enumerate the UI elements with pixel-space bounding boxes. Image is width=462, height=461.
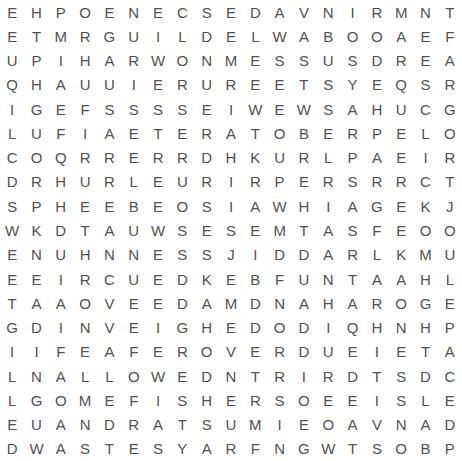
grid-cell[interactable]: R bbox=[340, 243, 364, 267]
grid-cell[interactable]: U bbox=[73, 73, 97, 97]
grid-cell[interactable]: A bbox=[49, 364, 73, 388]
grid-cell[interactable]: V bbox=[97, 315, 121, 339]
grid-cell[interactable]: S bbox=[195, 194, 219, 218]
grid-cell[interactable]: Q bbox=[49, 146, 73, 170]
grid-cell[interactable]: E bbox=[146, 243, 170, 267]
grid-cell[interactable]: T bbox=[73, 218, 97, 242]
grid-cell[interactable]: I bbox=[0, 340, 24, 364]
grid-cell[interactable]: R bbox=[170, 340, 194, 364]
grid-cell[interactable]: E bbox=[389, 146, 413, 170]
grid-cell[interactable]: S bbox=[195, 412, 219, 436]
grid-cell[interactable]: H bbox=[24, 0, 48, 24]
grid-cell[interactable]: N bbox=[97, 243, 121, 267]
grid-cell[interactable]: R bbox=[122, 49, 146, 73]
grid-cell[interactable]: B bbox=[413, 437, 437, 461]
grid-cell[interactable]: R bbox=[365, 0, 389, 24]
grid-cell[interactable]: R bbox=[365, 170, 389, 194]
grid-cell[interactable]: A bbox=[389, 267, 413, 291]
grid-cell[interactable]: M bbox=[243, 412, 267, 436]
grid-cell[interactable]: E bbox=[438, 388, 462, 412]
grid-cell[interactable]: T bbox=[292, 73, 316, 97]
grid-cell[interactable]: C bbox=[413, 170, 437, 194]
grid-cell[interactable]: D bbox=[0, 437, 24, 461]
grid-cell[interactable]: S bbox=[267, 49, 291, 73]
grid-cell[interactable]: E bbox=[219, 315, 243, 339]
grid-cell[interactable]: K bbox=[389, 243, 413, 267]
grid-cell[interactable]: S bbox=[340, 218, 364, 242]
grid-cell[interactable]: T bbox=[24, 24, 48, 48]
grid-cell[interactable]: R bbox=[389, 170, 413, 194]
grid-cell[interactable]: P bbox=[365, 121, 389, 145]
grid-cell[interactable]: D bbox=[97, 412, 121, 436]
grid-cell[interactable]: S bbox=[340, 170, 364, 194]
grid-cell[interactable]: I bbox=[49, 315, 73, 339]
grid-cell[interactable]: E bbox=[340, 388, 364, 412]
grid-cell[interactable]: A bbox=[24, 291, 48, 315]
grid-cell[interactable]: E bbox=[146, 291, 170, 315]
grid-cell[interactable]: N bbox=[195, 49, 219, 73]
grid-cell[interactable]: V bbox=[219, 340, 243, 364]
grid-cell[interactable]: D bbox=[243, 315, 267, 339]
grid-cell[interactable]: N bbox=[24, 364, 48, 388]
grid-cell[interactable]: I bbox=[49, 267, 73, 291]
grid-cell[interactable]: O bbox=[24, 146, 48, 170]
grid-cell[interactable]: L bbox=[413, 388, 437, 412]
grid-cell[interactable]: F bbox=[243, 437, 267, 461]
grid-cell[interactable]: E bbox=[267, 73, 291, 97]
grid-cell[interactable]: R bbox=[365, 291, 389, 315]
grid-cell[interactable]: W bbox=[24, 437, 48, 461]
grid-cell[interactable]: T bbox=[243, 121, 267, 145]
grid-cell[interactable]: R bbox=[122, 412, 146, 436]
grid-cell[interactable]: O bbox=[340, 24, 364, 48]
grid-cell[interactable]: U bbox=[49, 243, 73, 267]
grid-cell[interactable]: M bbox=[413, 243, 437, 267]
grid-cell[interactable]: V bbox=[292, 0, 316, 24]
grid-cell[interactable]: H bbox=[365, 315, 389, 339]
grid-cell[interactable]: U bbox=[97, 73, 121, 97]
grid-cell[interactable]: E bbox=[243, 340, 267, 364]
grid-cell[interactable]: L bbox=[0, 364, 24, 388]
grid-cell[interactable]: B bbox=[316, 24, 340, 48]
grid-cell[interactable]: O bbox=[438, 218, 462, 242]
grid-cell[interactable]: K bbox=[413, 194, 437, 218]
grid-cell[interactable]: E bbox=[292, 412, 316, 436]
grid-cell[interactable]: U bbox=[0, 49, 24, 73]
grid-cell[interactable]: R bbox=[438, 73, 462, 97]
grid-cell[interactable]: R bbox=[389, 49, 413, 73]
grid-cell[interactable]: A bbox=[49, 73, 73, 97]
grid-cell[interactable]: C bbox=[438, 364, 462, 388]
grid-cell[interactable]: Y bbox=[340, 73, 364, 97]
grid-cell[interactable]: L bbox=[438, 267, 462, 291]
grid-cell[interactable]: N bbox=[316, 0, 340, 24]
grid-cell[interactable]: T bbox=[0, 291, 24, 315]
grid-cell[interactable]: E bbox=[195, 218, 219, 242]
grid-cell[interactable]: I bbox=[243, 243, 267, 267]
grid-cell[interactable]: R bbox=[170, 73, 194, 97]
grid-cell[interactable]: D bbox=[292, 340, 316, 364]
grid-cell[interactable]: A bbox=[438, 340, 462, 364]
grid-cell[interactable]: O bbox=[49, 388, 73, 412]
grid-cell[interactable]: O bbox=[413, 218, 437, 242]
grid-cell[interactable]: D bbox=[195, 364, 219, 388]
grid-cell[interactable]: E bbox=[292, 170, 316, 194]
grid-cell[interactable]: D bbox=[170, 267, 194, 291]
grid-cell[interactable]: Y bbox=[170, 437, 194, 461]
grid-cell[interactable]: H bbox=[292, 194, 316, 218]
grid-cell[interactable]: A bbox=[195, 437, 219, 461]
grid-cell[interactable]: J bbox=[438, 194, 462, 218]
grid-cell[interactable]: O bbox=[389, 291, 413, 315]
grid-cell[interactable]: U bbox=[316, 49, 340, 73]
grid-cell[interactable]: N bbox=[267, 291, 291, 315]
grid-cell[interactable]: T bbox=[340, 267, 364, 291]
grid-cell[interactable]: E bbox=[219, 267, 243, 291]
grid-cell[interactable]: E bbox=[243, 218, 267, 242]
grid-cell[interactable]: E bbox=[389, 218, 413, 242]
grid-cell[interactable]: F bbox=[122, 388, 146, 412]
grid-cell[interactable]: E bbox=[0, 412, 24, 436]
grid-cell[interactable]: U bbox=[267, 146, 291, 170]
grid-cell[interactable]: W bbox=[267, 24, 291, 48]
grid-cell[interactable]: E bbox=[389, 121, 413, 145]
grid-cell[interactable]: A bbox=[292, 291, 316, 315]
grid-cell[interactable]: D bbox=[195, 146, 219, 170]
grid-cell[interactable]: S bbox=[122, 97, 146, 121]
grid-cell[interactable]: E bbox=[146, 267, 170, 291]
grid-cell[interactable]: P bbox=[438, 315, 462, 339]
grid-cell[interactable]: I bbox=[267, 412, 291, 436]
grid-cell[interactable]: D bbox=[195, 24, 219, 48]
grid-cell[interactable]: R bbox=[97, 146, 121, 170]
grid-cell[interactable]: T bbox=[146, 121, 170, 145]
grid-cell[interactable]: R bbox=[97, 170, 121, 194]
grid-cell[interactable]: E bbox=[97, 388, 121, 412]
grid-cell[interactable]: N bbox=[24, 243, 48, 267]
grid-cell[interactable]: H bbox=[24, 73, 48, 97]
grid-cell[interactable]: R bbox=[267, 340, 291, 364]
grid-cell[interactable]: A bbox=[389, 24, 413, 48]
grid-cell[interactable]: L bbox=[97, 364, 121, 388]
grid-cell[interactable]: U bbox=[122, 267, 146, 291]
grid-cell[interactable]: T bbox=[365, 364, 389, 388]
grid-cell[interactable]: O bbox=[438, 121, 462, 145]
grid-cell[interactable]: L bbox=[413, 121, 437, 145]
grid-cell[interactable]: I bbox=[219, 170, 243, 194]
grid-cell[interactable]: I bbox=[219, 194, 243, 218]
grid-cell[interactable]: H bbox=[73, 49, 97, 73]
grid-cell[interactable]: S bbox=[170, 388, 194, 412]
grid-cell[interactable]: R bbox=[24, 170, 48, 194]
grid-cell[interactable]: C bbox=[170, 0, 194, 24]
grid-cell[interactable]: P bbox=[438, 437, 462, 461]
grid-cell[interactable]: S bbox=[389, 388, 413, 412]
grid-cell[interactable]: I bbox=[24, 340, 48, 364]
grid-cell[interactable]: E bbox=[316, 121, 340, 145]
grid-cell[interactable]: P bbox=[24, 49, 48, 73]
grid-cell[interactable]: I bbox=[316, 194, 340, 218]
grid-cell[interactable]: T bbox=[438, 0, 462, 24]
grid-cell[interactable]: A bbox=[316, 218, 340, 242]
grid-cell[interactable]: W bbox=[146, 364, 170, 388]
grid-cell[interactable]: D bbox=[340, 364, 364, 388]
grid-cell[interactable]: D bbox=[438, 412, 462, 436]
grid-cell[interactable]: D bbox=[267, 243, 291, 267]
grid-cell[interactable]: D bbox=[170, 291, 194, 315]
grid-cell[interactable]: I bbox=[219, 97, 243, 121]
grid-cell[interactable]: A bbox=[219, 121, 243, 145]
grid-cell[interactable]: S bbox=[195, 243, 219, 267]
grid-cell[interactable]: P bbox=[267, 170, 291, 194]
grid-cell[interactable]: A bbox=[97, 218, 121, 242]
grid-cell[interactable]: A bbox=[97, 340, 121, 364]
grid-cell[interactable]: R bbox=[146, 146, 170, 170]
grid-cell[interactable]: W bbox=[316, 437, 340, 461]
grid-cell[interactable]: Q bbox=[389, 73, 413, 97]
grid-cell[interactable]: H bbox=[73, 243, 97, 267]
grid-cell[interactable]: I bbox=[316, 315, 340, 339]
grid-cell[interactable]: R bbox=[292, 146, 316, 170]
grid-cell[interactable]: O bbox=[195, 340, 219, 364]
grid-cell[interactable]: U bbox=[122, 218, 146, 242]
grid-cell[interactable]: H bbox=[316, 291, 340, 315]
grid-cell[interactable]: R bbox=[170, 146, 194, 170]
grid-cell[interactable]: A bbox=[146, 412, 170, 436]
grid-cell[interactable]: I bbox=[0, 97, 24, 121]
grid-cell[interactable]: E bbox=[49, 97, 73, 121]
grid-cell[interactable]: A bbox=[243, 194, 267, 218]
grid-cell[interactable]: Q bbox=[0, 73, 24, 97]
grid-cell[interactable]: A bbox=[340, 412, 364, 436]
grid-cell[interactable]: B bbox=[292, 121, 316, 145]
grid-cell[interactable]: W bbox=[292, 97, 316, 121]
grid-cell[interactable]: F bbox=[438, 24, 462, 48]
grid-cell[interactable]: S bbox=[365, 437, 389, 461]
grid-cell[interactable]: E bbox=[413, 49, 437, 73]
grid-cell[interactable]: K bbox=[24, 218, 48, 242]
grid-cell[interactable]: E bbox=[122, 121, 146, 145]
grid-cell[interactable]: E bbox=[195, 97, 219, 121]
grid-cell[interactable]: E bbox=[73, 194, 97, 218]
grid-cell[interactable]: G bbox=[292, 437, 316, 461]
grid-cell[interactable]: B bbox=[122, 194, 146, 218]
grid-cell[interactable]: O bbox=[267, 121, 291, 145]
grid-cell[interactable]: E bbox=[146, 0, 170, 24]
grid-cell[interactable]: O bbox=[316, 412, 340, 436]
grid-cell[interactable]: O bbox=[389, 437, 413, 461]
grid-cell[interactable]: A bbox=[365, 267, 389, 291]
grid-cell[interactable]: I bbox=[292, 364, 316, 388]
grid-cell[interactable]: I bbox=[122, 73, 146, 97]
grid-cell[interactable]: T bbox=[438, 170, 462, 194]
grid-cell[interactable]: O bbox=[73, 291, 97, 315]
grid-cell[interactable]: R bbox=[219, 437, 243, 461]
grid-cell[interactable]: A bbox=[97, 121, 121, 145]
grid-cell[interactable]: R bbox=[267, 364, 291, 388]
grid-cell[interactable]: F bbox=[267, 267, 291, 291]
grid-cell[interactable]: S bbox=[73, 437, 97, 461]
grid-cell[interactable]: E bbox=[243, 73, 267, 97]
grid-cell[interactable]: A bbox=[97, 49, 121, 73]
grid-cell[interactable]: K bbox=[195, 267, 219, 291]
grid-cell[interactable]: A bbox=[413, 412, 437, 436]
grid-cell[interactable]: C bbox=[0, 146, 24, 170]
grid-cell[interactable]: I bbox=[146, 315, 170, 339]
grid-cell[interactable]: R bbox=[195, 170, 219, 194]
grid-cell[interactable]: E bbox=[0, 24, 24, 48]
grid-cell[interactable]: E bbox=[413, 24, 437, 48]
grid-cell[interactable]: F bbox=[122, 340, 146, 364]
grid-cell[interactable]: I bbox=[146, 24, 170, 48]
grid-cell[interactable]: K bbox=[243, 146, 267, 170]
grid-cell[interactable]: L bbox=[170, 24, 194, 48]
grid-cell[interactable]: E bbox=[0, 267, 24, 291]
grid-cell[interactable]: R bbox=[243, 388, 267, 412]
grid-cell[interactable]: G bbox=[413, 291, 437, 315]
grid-cell[interactable]: D bbox=[24, 315, 48, 339]
grid-cell[interactable]: S bbox=[0, 194, 24, 218]
grid-cell[interactable]: E bbox=[122, 437, 146, 461]
grid-cell[interactable]: E bbox=[122, 291, 146, 315]
grid-cell[interactable]: S bbox=[170, 218, 194, 242]
grid-cell[interactable]: A bbox=[267, 0, 291, 24]
grid-cell[interactable]: L bbox=[365, 243, 389, 267]
grid-cell[interactable]: S bbox=[316, 73, 340, 97]
grid-cell[interactable]: I bbox=[146, 388, 170, 412]
grid-cell[interactable]: D bbox=[49, 218, 73, 242]
grid-cell[interactable]: N bbox=[122, 243, 146, 267]
grid-cell[interactable]: N bbox=[219, 364, 243, 388]
grid-cell[interactable]: O bbox=[122, 364, 146, 388]
grid-cell[interactable]: T bbox=[340, 437, 364, 461]
grid-cell[interactable]: A bbox=[195, 291, 219, 315]
grid-cell[interactable]: N bbox=[389, 412, 413, 436]
grid-cell[interactable]: H bbox=[195, 315, 219, 339]
grid-cell[interactable]: L bbox=[0, 121, 24, 145]
grid-cell[interactable]: V bbox=[365, 412, 389, 436]
grid-cell[interactable]: N bbox=[73, 412, 97, 436]
grid-cell[interactable]: U bbox=[73, 170, 97, 194]
grid-cell[interactable]: W bbox=[146, 218, 170, 242]
grid-cell[interactable]: H bbox=[195, 388, 219, 412]
grid-cell[interactable]: E bbox=[170, 364, 194, 388]
grid-cell[interactable]: R bbox=[219, 73, 243, 97]
grid-cell[interactable]: A bbox=[316, 243, 340, 267]
grid-cell[interactable]: R bbox=[73, 267, 97, 291]
grid-cell[interactable]: N bbox=[73, 315, 97, 339]
grid-cell[interactable]: P bbox=[24, 194, 48, 218]
grid-cell[interactable]: U bbox=[24, 121, 48, 145]
grid-cell[interactable]: I bbox=[73, 121, 97, 145]
grid-cell[interactable]: S bbox=[292, 49, 316, 73]
grid-cell[interactable]: E bbox=[146, 170, 170, 194]
grid-cell[interactable]: E bbox=[146, 73, 170, 97]
grid-cell[interactable]: U bbox=[195, 73, 219, 97]
grid-cell[interactable]: A bbox=[340, 291, 364, 315]
grid-cell[interactable]: I bbox=[365, 340, 389, 364]
grid-cell[interactable]: L bbox=[73, 364, 97, 388]
grid-cell[interactable]: B bbox=[243, 267, 267, 291]
grid-cell[interactable]: G bbox=[0, 315, 24, 339]
grid-cell[interactable]: F bbox=[49, 121, 73, 145]
grid-cell[interactable]: R bbox=[316, 170, 340, 194]
grid-cell[interactable]: R bbox=[340, 121, 364, 145]
grid-cell[interactable]: W bbox=[243, 97, 267, 121]
grid-cell[interactable]: O bbox=[365, 24, 389, 48]
grid-cell[interactable]: R bbox=[243, 170, 267, 194]
grid-cell[interactable]: T bbox=[243, 364, 267, 388]
grid-cell[interactable]: I bbox=[49, 49, 73, 73]
grid-cell[interactable]: F bbox=[365, 218, 389, 242]
grid-cell[interactable]: G bbox=[438, 97, 462, 121]
grid-cell[interactable]: D bbox=[292, 315, 316, 339]
grid-cell[interactable]: S bbox=[170, 243, 194, 267]
grid-cell[interactable]: G bbox=[24, 97, 48, 121]
grid-cell[interactable]: A bbox=[292, 24, 316, 48]
grid-cell[interactable]: T bbox=[292, 218, 316, 242]
grid-cell[interactable]: Q bbox=[340, 315, 364, 339]
grid-cell[interactable]: R bbox=[73, 24, 97, 48]
grid-cell[interactable]: S bbox=[389, 364, 413, 388]
grid-cell[interactable]: D bbox=[243, 0, 267, 24]
grid-cell[interactable]: H bbox=[413, 267, 437, 291]
grid-cell[interactable]: E bbox=[97, 0, 121, 24]
grid-cell[interactable]: L bbox=[316, 146, 340, 170]
grid-cell[interactable]: E bbox=[0, 0, 24, 24]
grid-cell[interactable]: M bbox=[219, 49, 243, 73]
grid-cell[interactable]: S bbox=[170, 97, 194, 121]
grid-cell[interactable]: E bbox=[122, 146, 146, 170]
grid-cell[interactable]: S bbox=[267, 388, 291, 412]
grid-cell[interactable]: A bbox=[340, 194, 364, 218]
grid-cell[interactable]: A bbox=[49, 412, 73, 436]
grid-cell[interactable]: F bbox=[73, 97, 97, 121]
grid-cell[interactable]: N bbox=[122, 0, 146, 24]
grid-cell[interactable]: M bbox=[49, 24, 73, 48]
grid-cell[interactable]: O bbox=[170, 49, 194, 73]
grid-cell[interactable]: I bbox=[340, 0, 364, 24]
grid-cell[interactable]: H bbox=[49, 194, 73, 218]
grid-cell[interactable]: E bbox=[389, 340, 413, 364]
grid-cell[interactable]: W bbox=[267, 194, 291, 218]
grid-cell[interactable]: S bbox=[316, 97, 340, 121]
grid-cell[interactable]: N bbox=[413, 0, 437, 24]
grid-cell[interactable]: E bbox=[219, 24, 243, 48]
grid-cell[interactable]: D bbox=[0, 170, 24, 194]
grid-cell[interactable]: F bbox=[49, 340, 73, 364]
grid-cell[interactable]: M bbox=[267, 218, 291, 242]
grid-cell[interactable]: R bbox=[73, 146, 97, 170]
grid-cell[interactable]: O bbox=[170, 194, 194, 218]
grid-cell[interactable]: E bbox=[0, 243, 24, 267]
grid-cell[interactable]: I bbox=[365, 388, 389, 412]
grid-cell[interactable]: R bbox=[195, 121, 219, 145]
grid-cell[interactable]: E bbox=[219, 388, 243, 412]
grid-cell[interactable]: E bbox=[267, 97, 291, 121]
grid-cell[interactable]: L bbox=[0, 388, 24, 412]
grid-cell[interactable]: D bbox=[413, 364, 437, 388]
grid-cell[interactable]: O bbox=[73, 0, 97, 24]
grid-cell[interactable]: U bbox=[122, 24, 146, 48]
grid-cell[interactable]: M bbox=[73, 388, 97, 412]
grid-cell[interactable]: U bbox=[170, 170, 194, 194]
grid-cell[interactable]: L bbox=[243, 24, 267, 48]
grid-cell[interactable]: S bbox=[340, 49, 364, 73]
grid-cell[interactable]: D bbox=[243, 291, 267, 315]
grid-cell[interactable]: C bbox=[413, 97, 437, 121]
grid-cell[interactable]: P bbox=[49, 0, 73, 24]
